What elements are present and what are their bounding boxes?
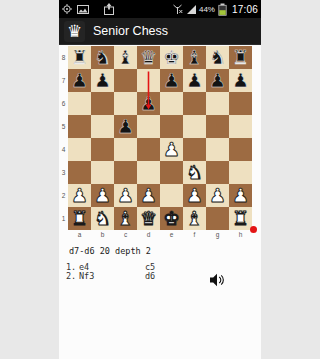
- rank-label-5: 5: [59, 115, 68, 138]
- phone-screen: 44% 17:06 ♛ Senior Chess 87654321 ♜♞♝♛♚♝…: [59, 0, 261, 359]
- piece-black-pawn[interactable]: ♟: [183, 69, 206, 92]
- status-bar: 44% 17:06: [59, 0, 261, 18]
- chess-board-area: 87654321 ♜♞♝♛♚♝♞♜♟♟♟♟♟♟♟♟♟♞♟♟♟♟♟♟♟♜♞♝♛♚♝…: [59, 45, 261, 239]
- piece-white-pawn[interactable]: ♟: [68, 184, 91, 207]
- square-e8[interactable]: ♚: [160, 46, 183, 69]
- square-b6[interactable]: [91, 92, 114, 115]
- speaker-icon[interactable]: [209, 272, 225, 288]
- rank-label-3: 3: [59, 161, 68, 184]
- square-c8[interactable]: ♝: [114, 46, 137, 69]
- square-b7[interactable]: ♟: [91, 69, 114, 92]
- piece-white-knight[interactable]: ♞: [91, 207, 114, 230]
- square-g2[interactable]: ♟: [206, 184, 229, 207]
- square-h7[interactable]: ♟: [229, 69, 252, 92]
- square-f7[interactable]: ♟: [183, 69, 206, 92]
- square-b2[interactable]: ♟: [91, 184, 114, 207]
- piece-black-bishop[interactable]: ♝: [183, 46, 206, 69]
- app-crown-icon: ♛: [64, 21, 85, 42]
- square-f4[interactable]: [183, 138, 206, 161]
- piece-white-pawn[interactable]: ♟: [183, 184, 206, 207]
- square-c4[interactable]: [114, 138, 137, 161]
- square-c2[interactable]: ♟: [114, 184, 137, 207]
- square-c6[interactable]: [114, 92, 137, 115]
- square-e6[interactable]: [160, 92, 183, 115]
- app-bar: ♛ Senior Chess: [59, 18, 261, 45]
- square-c7[interactable]: [114, 69, 137, 92]
- move-list: 1.e4c52.Nf3d6: [59, 262, 261, 281]
- square-a1[interactable]: ♜: [68, 207, 91, 230]
- square-h2[interactable]: ♟: [229, 184, 252, 207]
- square-c1[interactable]: ♝: [114, 207, 137, 230]
- piece-white-pawn[interactable]: ♟: [91, 184, 114, 207]
- square-e1[interactable]: ♚: [160, 207, 183, 230]
- square-a6[interactable]: [68, 92, 91, 115]
- file-label-d: d: [137, 230, 160, 239]
- file-label-a: a: [68, 230, 91, 239]
- piece-white-king[interactable]: ♚: [160, 207, 183, 230]
- square-g3[interactable]: [206, 161, 229, 184]
- white-move: Nf3: [79, 271, 145, 281]
- screenshot-icon: [77, 5, 89, 14]
- square-b8[interactable]: ♞: [91, 46, 114, 69]
- square-a8[interactable]: ♜: [68, 46, 91, 69]
- piece-white-bishop[interactable]: ♝: [183, 207, 206, 230]
- move-row: 2.Nf3d6: [59, 272, 261, 282]
- piece-white-pawn[interactable]: ♟: [137, 184, 160, 207]
- square-d2[interactable]: ♟: [137, 184, 160, 207]
- square-e7[interactable]: ♟: [160, 69, 183, 92]
- square-d3[interactable]: [137, 161, 160, 184]
- square-b1[interactable]: ♞: [91, 207, 114, 230]
- square-d5[interactable]: [137, 115, 160, 138]
- square-d8[interactable]: ♛: [137, 46, 160, 69]
- square-g5[interactable]: [206, 115, 229, 138]
- rank-label-6: 6: [59, 92, 68, 115]
- square-f6[interactable]: [183, 92, 206, 115]
- rank-labels: 87654321: [59, 46, 68, 230]
- square-e2[interactable]: [160, 184, 183, 207]
- square-g1[interactable]: [206, 207, 229, 230]
- battery-level-fill: [219, 10, 225, 15]
- no-internet-icon: [172, 4, 183, 14]
- status-left-icons: [62, 3, 114, 15]
- piece-black-rook[interactable]: ♜: [229, 46, 252, 69]
- rank-label-8: 8: [59, 46, 68, 69]
- rank-label-7: 7: [59, 69, 68, 92]
- rank-label-1: 1: [59, 207, 68, 230]
- square-a5[interactable]: [68, 115, 91, 138]
- signal-strength-icon: [186, 4, 196, 14]
- file-label-b: b: [91, 230, 114, 239]
- square-h6[interactable]: [229, 92, 252, 115]
- piece-black-pawn[interactable]: ♟: [68, 69, 91, 92]
- square-g8[interactable]: ♞: [206, 46, 229, 69]
- piece-black-knight[interactable]: ♞: [91, 46, 114, 69]
- piece-white-queen[interactable]: ♛: [137, 207, 160, 230]
- square-h5[interactable]: [229, 115, 252, 138]
- square-c5[interactable]: ♟: [114, 115, 137, 138]
- clock-time: 17:06: [232, 4, 258, 15]
- piece-black-pawn[interactable]: ♟: [114, 115, 137, 138]
- status-right-cluster: 44% 17:06: [172, 3, 258, 16]
- file-label-g: g: [206, 230, 229, 239]
- square-f1[interactable]: ♝: [183, 207, 206, 230]
- black-move: d6: [145, 271, 155, 281]
- square-d6[interactable]: ♟: [137, 92, 160, 115]
- gps-icon: [62, 4, 72, 14]
- square-f3[interactable]: ♞: [183, 161, 206, 184]
- square-g7[interactable]: ♟: [206, 69, 229, 92]
- file-label-f: f: [183, 230, 206, 239]
- square-f5[interactable]: [183, 115, 206, 138]
- usb-upload-icon: [104, 3, 114, 15]
- square-e5[interactable]: [160, 115, 183, 138]
- move-row: 1.e4c5: [59, 262, 261, 272]
- square-e3[interactable]: [160, 161, 183, 184]
- square-h1[interactable]: ♜: [229, 207, 252, 230]
- piece-white-pawn[interactable]: ♟: [206, 184, 229, 207]
- file-label-e: e: [160, 230, 183, 239]
- move-number: 1.: [66, 262, 79, 272]
- piece-black-knight[interactable]: ♞: [206, 46, 229, 69]
- square-g4[interactable]: [206, 138, 229, 161]
- piece-white-knight[interactable]: ♞: [183, 161, 206, 184]
- square-f2[interactable]: ♟: [183, 184, 206, 207]
- square-b5[interactable]: [91, 115, 114, 138]
- piece-black-bishop[interactable]: ♝: [114, 46, 137, 69]
- piece-white-bishop[interactable]: ♝: [114, 207, 137, 230]
- square-e4[interactable]: ♟: [160, 138, 183, 161]
- black-move: c5: [145, 262, 155, 272]
- chess-board[interactable]: ♜♞♝♛♚♝♞♜♟♟♟♟♟♟♟♟♟♞♟♟♟♟♟♟♟♜♞♝♛♚♝♜: [68, 46, 252, 230]
- piece-white-pawn[interactable]: ♟: [160, 138, 183, 161]
- file-labels: abcdefgh: [68, 230, 261, 239]
- square-h4[interactable]: [229, 138, 252, 161]
- battery-icon: [218, 3, 227, 16]
- piece-black-pawn[interactable]: ♟: [137, 92, 160, 115]
- square-b4[interactable]: [91, 138, 114, 161]
- battery-percent: 44%: [199, 5, 215, 14]
- square-c3[interactable]: [114, 161, 137, 184]
- piece-white-pawn[interactable]: ♟: [229, 184, 252, 207]
- piece-black-pawn[interactable]: ♟: [91, 69, 114, 92]
- piece-black-king[interactable]: ♚: [160, 46, 183, 69]
- app-title: Senior Chess: [93, 24, 168, 38]
- piece-black-pawn[interactable]: ♟: [206, 69, 229, 92]
- square-b3[interactable]: [91, 161, 114, 184]
- piece-black-pawn[interactable]: ♟: [160, 69, 183, 92]
- square-d1[interactable]: ♛: [137, 207, 160, 230]
- engine-status: d7-d6 20 depth 2: [69, 246, 261, 256]
- square-h3[interactable]: [229, 161, 252, 184]
- square-a3[interactable]: [68, 161, 91, 184]
- square-g6[interactable]: [206, 92, 229, 115]
- square-a7[interactable]: ♟: [68, 69, 91, 92]
- file-label-h: h: [229, 230, 252, 239]
- square-d7[interactable]: [137, 69, 160, 92]
- move-indicator-dot: [250, 226, 257, 233]
- square-d4[interactable]: [137, 138, 160, 161]
- piece-white-rook[interactable]: ♜: [68, 207, 91, 230]
- square-f8[interactable]: ♝: [183, 46, 206, 69]
- piece-white-rook[interactable]: ♜: [229, 207, 252, 230]
- piece-black-queen[interactable]: ♛: [137, 46, 160, 69]
- square-a2[interactable]: ♟: [68, 184, 91, 207]
- piece-white-pawn[interactable]: ♟: [114, 184, 137, 207]
- square-a4[interactable]: [68, 138, 91, 161]
- rank-label-4: 4: [59, 138, 68, 161]
- move-number: 2.: [66, 271, 79, 281]
- piece-black-pawn[interactable]: ♟: [229, 69, 252, 92]
- rank-label-2: 2: [59, 184, 68, 207]
- square-h8[interactable]: ♜: [229, 46, 252, 69]
- file-label-c: c: [114, 230, 137, 239]
- white-move: e4: [79, 262, 145, 272]
- piece-black-rook[interactable]: ♜: [68, 46, 91, 69]
